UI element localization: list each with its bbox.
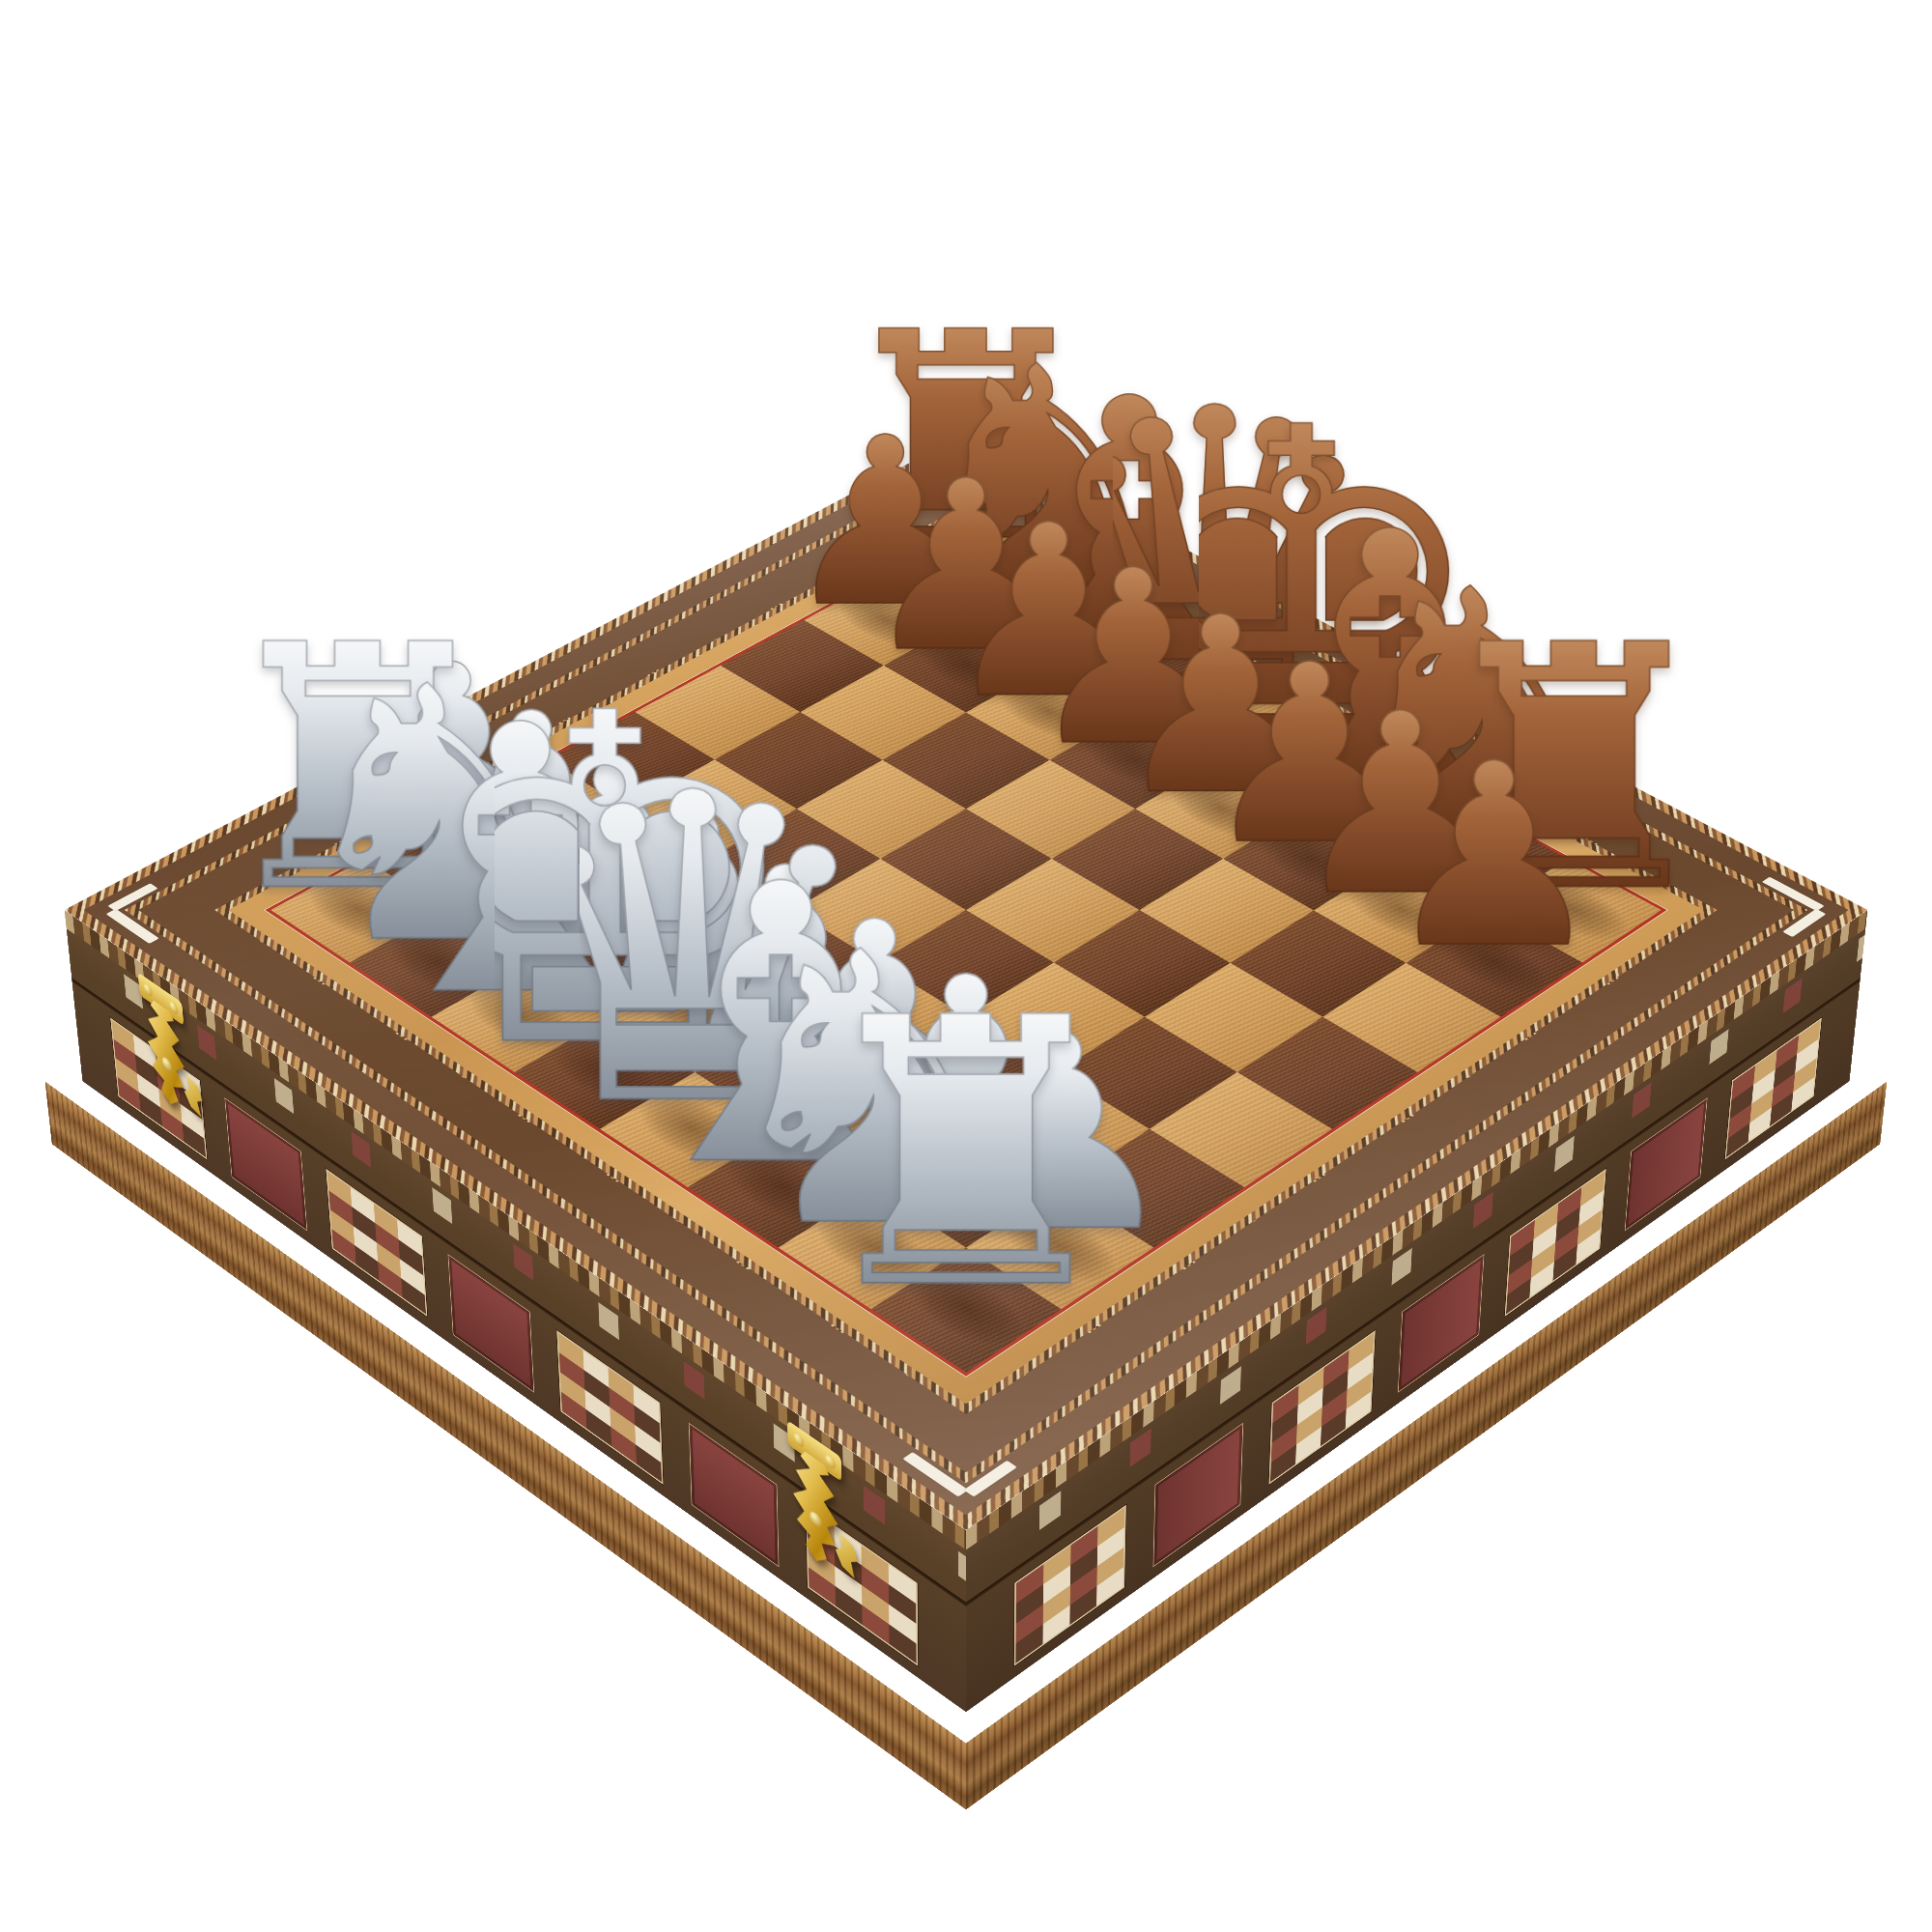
- chess-set-photo: ♜♞♝♚♛♝♞♜♟♟♟♟♟♟♟♟♟♟♟♟♟♟♟♟♜♞♝♛♚♝♞♜: [0, 0, 1932, 1932]
- chess-box: ♜♞♝♚♛♝♞♜♟♟♟♟♟♟♟♟♟♟♟♟♟♟♟♟♜♞♝♛♚♝♞♜: [65, 433, 1868, 1530]
- clasp-arm: [835, 1530, 858, 1581]
- piece-copper-pawn: ♟: [1386, 708, 1602, 960]
- clasp-arm: [183, 1072, 204, 1119]
- scene: ♜♞♝♚♛♝♞♜♟♟♟♟♟♟♟♟♟♟♟♟♟♟♟♟♜♞♝♛♚♝♞♜: [0, 0, 1932, 1932]
- clasp-body: [142, 992, 190, 1118]
- mosaic-red-panel: [1296, 1106, 1390, 1167]
- piece-silver-rook: ♜: [849, 938, 1082, 1307]
